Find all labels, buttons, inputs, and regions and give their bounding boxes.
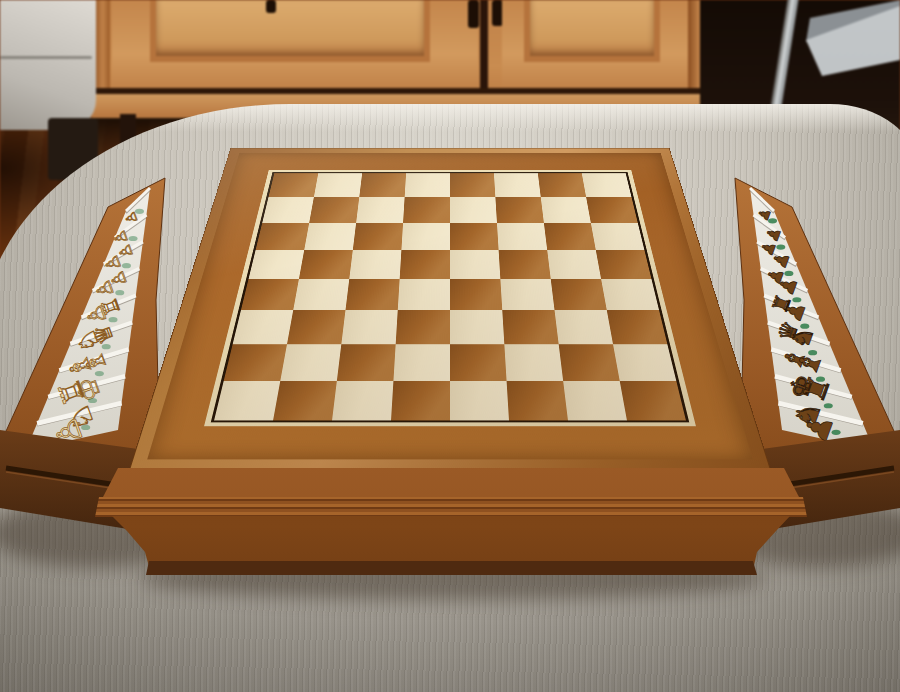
square-r0c0: [269, 173, 319, 197]
chess-box: [0, 0, 900, 692]
square-r6c1: [280, 344, 341, 381]
square-r6c4: [450, 344, 507, 381]
square-r6c2: [337, 344, 396, 381]
square-r0c3: [405, 173, 450, 197]
square-r1c6: [541, 197, 591, 222]
square-r4c3: [398, 279, 450, 310]
square-r3c5: [499, 250, 551, 279]
board-squares: [214, 173, 686, 420]
square-r5c4: [450, 310, 504, 344]
square-r1c7: [586, 197, 638, 222]
square-r2c7: [591, 223, 645, 250]
square-r6c3: [393, 344, 450, 381]
square-r7c4: [450, 381, 509, 421]
square-r5c6: [555, 310, 613, 344]
square-r0c6: [538, 173, 586, 197]
square-r3c4: [450, 250, 500, 279]
square-r2c4: [450, 223, 499, 250]
square-r5c2: [341, 310, 397, 344]
square-r4c7: [601, 279, 659, 310]
square-r0c1: [314, 173, 362, 197]
square-r3c6: [547, 250, 601, 279]
square-r7c3: [391, 381, 450, 421]
square-r4c5: [500, 279, 554, 310]
square-r4c0: [241, 279, 299, 310]
square-r2c0: [256, 223, 310, 250]
square-r2c1: [304, 223, 356, 250]
square-r5c7: [607, 310, 668, 344]
square-r5c3: [396, 310, 450, 344]
square-r7c6: [563, 381, 627, 421]
square-r5c5: [502, 310, 558, 344]
square-r4c1: [293, 279, 349, 310]
square-r1c4: [450, 197, 497, 222]
square-r2c2: [353, 223, 403, 250]
board-surface: [129, 148, 771, 470]
square-r7c2: [332, 381, 393, 421]
square-r7c0: [214, 381, 280, 421]
square-r5c1: [287, 310, 345, 344]
square-r6c7: [613, 344, 676, 381]
square-r0c4: [450, 173, 495, 197]
square-r4c4: [450, 279, 502, 310]
square-r3c2: [349, 250, 401, 279]
square-r2c3: [401, 223, 450, 250]
square-r3c0: [249, 250, 305, 279]
square-r6c0: [224, 344, 287, 381]
scene-photo: ♙♙♙♙♙♖♙♕♙♗♘♔♗♘♖♙♟♟♟♟♟♜♟♛♟♝♞♚♝♞♜♟: [0, 0, 900, 692]
square-r4c2: [345, 279, 399, 310]
square-r7c1: [273, 381, 337, 421]
square-r1c1: [309, 197, 359, 222]
square-r3c7: [596, 250, 652, 279]
square-r4c6: [551, 279, 607, 310]
square-r7c5: [507, 381, 568, 421]
square-r3c3: [400, 250, 450, 279]
square-r0c2: [359, 173, 406, 197]
square-r5c0: [233, 310, 294, 344]
square-r1c2: [356, 197, 404, 222]
square-r6c6: [559, 344, 620, 381]
square-r6c5: [504, 344, 563, 381]
square-r1c3: [403, 197, 450, 222]
square-r7c7: [620, 381, 686, 421]
square-r1c5: [495, 197, 543, 222]
square-r1c0: [262, 197, 314, 222]
square-r0c7: [582, 173, 632, 197]
square-r2c6: [544, 223, 596, 250]
square-r3c1: [299, 250, 353, 279]
square-r0c5: [494, 173, 541, 197]
board-wrap: [129, 132, 771, 470]
square-r2c5: [497, 223, 547, 250]
